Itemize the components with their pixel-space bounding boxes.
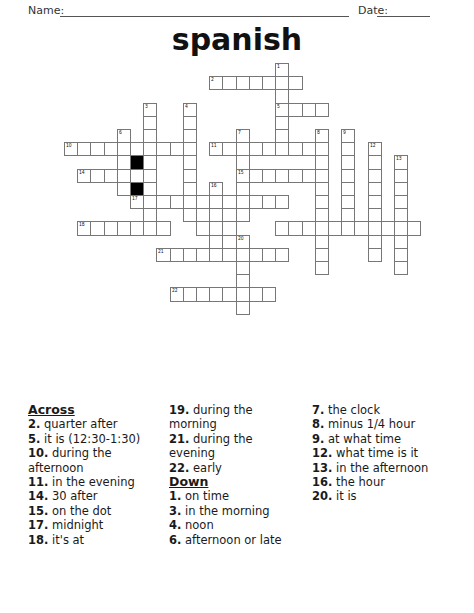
clue-number-3: 3 xyxy=(145,104,148,109)
grid-cell-c3-r8[interactable] xyxy=(104,169,118,183)
grid-cell-c9-r6[interactable] xyxy=(183,142,197,156)
clue-number-11: 11 xyxy=(211,143,217,148)
clue-down-9: 9. at what time xyxy=(312,432,467,446)
grid-cell-c25-r9[interactable] xyxy=(394,182,408,196)
clue-number-15: 15 xyxy=(238,170,244,175)
grid-cell-c11-r1[interactable]: 2 xyxy=(209,76,223,90)
clue-across-19: 19. during the morning xyxy=(169,403,301,432)
grid-cell-c16-r10[interactable] xyxy=(275,195,289,209)
grid-cell-c24-r12[interactable] xyxy=(381,221,395,235)
grid-cell-c21-r11[interactable] xyxy=(341,208,355,222)
grid-cell-c25-r7[interactable]: 13 xyxy=(394,155,408,169)
grid-cell-c7-r14[interactable]: 21 xyxy=(156,248,170,262)
grid-cell-c4-r7[interactable] xyxy=(117,155,131,169)
grid-cell-c16-r12[interactable] xyxy=(275,221,289,235)
grid-cell-c2-r8[interactable] xyxy=(90,169,104,183)
grid-cell-c10-r10[interactable] xyxy=(196,195,210,209)
clue-down-16: 16. the hour xyxy=(312,475,467,489)
grid-cell-c25-r11[interactable] xyxy=(394,208,408,222)
grid-cell-c2-r12[interactable] xyxy=(90,221,104,235)
grid-cell-c2-r6[interactable] xyxy=(90,142,104,156)
grid-cell-c23-r14[interactable] xyxy=(368,248,382,262)
grid-cell-c18-r6[interactable] xyxy=(302,142,316,156)
puzzle-title: spanish xyxy=(0,22,474,57)
grid-cell-c9-r11[interactable] xyxy=(183,208,197,222)
grid-cell-c16-r2[interactable] xyxy=(275,89,289,103)
grid-cell-c11-r9[interactable]: 16 xyxy=(209,182,223,196)
grid-cell-c23-r7[interactable] xyxy=(368,155,382,169)
grid-cell-c15-r8[interactable] xyxy=(262,169,276,183)
clue-across-17: 17. midnight xyxy=(28,518,166,532)
crossword-worksheet: { "game": "crossword", "title": "spanish… xyxy=(0,0,474,613)
clue-number-20: 20 xyxy=(238,236,244,241)
grid-cell-c21-r7[interactable] xyxy=(341,155,355,169)
grid-cell-c19-r13[interactable] xyxy=(315,235,329,249)
grid-cell-c21-r5[interactable]: 9 xyxy=(341,129,355,143)
clue-across-22: 22. early xyxy=(169,461,301,475)
grid-cell-c6-r11[interactable] xyxy=(143,208,157,222)
grid-cell-c6-r3[interactable]: 3 xyxy=(143,103,157,117)
grid-cell-c7-r6[interactable] xyxy=(156,142,170,156)
across-header: Across xyxy=(28,403,166,417)
clue-number-14: 14 xyxy=(79,170,85,175)
grid-cell-c16-r4[interactable] xyxy=(275,116,289,130)
grid-cell-c22-r12[interactable] xyxy=(354,221,368,235)
grid-cell-c13-r5[interactable]: 7 xyxy=(236,129,250,143)
grid-cell-c13-r1[interactable] xyxy=(236,76,250,90)
clue-across-2: 2. quarter after xyxy=(28,417,166,431)
grid-cell-c9-r7[interactable] xyxy=(183,155,197,169)
grid-cell-c4-r6[interactable] xyxy=(117,142,131,156)
grid-cell-c10-r12[interactable] xyxy=(196,221,210,235)
grid-cell-c14-r6[interactable] xyxy=(249,142,263,156)
grid-cell-c21-r8[interactable] xyxy=(341,169,355,183)
grid-cell-c7-r12[interactable] xyxy=(156,221,170,235)
clue-number-13: 13 xyxy=(396,156,402,161)
date-field[interactable] xyxy=(377,16,430,17)
grid-cell-c20-r12[interactable] xyxy=(328,221,342,235)
clue-down-13: 13. in the afternoon xyxy=(312,461,467,475)
grid-cell-c1-r12[interactable]: 18 xyxy=(77,221,91,235)
clue-down-20: 20. it is xyxy=(312,489,467,503)
grid-cell-c16-r6[interactable] xyxy=(275,142,289,156)
grid-cell-c14-r8[interactable] xyxy=(249,169,263,183)
grid-cell-c19-r5[interactable]: 8 xyxy=(315,129,329,143)
grid-cell-c17-r12[interactable] xyxy=(288,221,302,235)
grid-cell-c12-r17[interactable] xyxy=(222,287,236,301)
grid-cell-c8-r6[interactable] xyxy=(170,142,184,156)
grid-cell-c9-r4[interactable] xyxy=(183,116,197,130)
clue-across-21: 21. during the evening xyxy=(169,432,301,461)
grid-cell-c14-r14[interactable] xyxy=(249,248,263,262)
grid-cell-c6-r9[interactable] xyxy=(143,182,157,196)
grid-cell-c4-r12[interactable] xyxy=(117,221,131,235)
black-cell xyxy=(130,182,144,196)
clue-across-18: 18. it's at xyxy=(28,533,166,547)
grid-cell-c19-r11[interactable] xyxy=(315,208,329,222)
grid-cell-c12-r12[interactable] xyxy=(222,221,236,235)
clue-down-6: 6. afternoon or late xyxy=(169,533,301,547)
grid-cell-c19-r7[interactable] xyxy=(315,155,329,169)
grid-cell-c25-r10[interactable] xyxy=(394,195,408,209)
name-label: Name: xyxy=(28,4,64,17)
clue-down-7: 7. the clock xyxy=(312,403,467,417)
grid-cell-c14-r1[interactable] xyxy=(249,76,263,90)
grid-cell-c13-r10[interactable] xyxy=(236,195,250,209)
clue-number-4: 4 xyxy=(185,104,188,109)
grid-cell-c15-r1[interactable] xyxy=(262,76,276,90)
clue-number-21: 21 xyxy=(158,249,164,254)
grid-cell-c25-r8[interactable] xyxy=(394,169,408,183)
clue-column-1: Across2. quarter after5. it is (12:30-1:… xyxy=(28,403,166,547)
clue-number-2: 2 xyxy=(211,77,214,82)
clue-down-12: 12. what time is it xyxy=(312,446,467,460)
grid-cell-c19-r8[interactable] xyxy=(315,169,329,183)
grid-cell-c11-r6[interactable]: 11 xyxy=(209,142,223,156)
grid-cell-c23-r11[interactable] xyxy=(368,208,382,222)
grid-cell-c4-r9[interactable] xyxy=(117,182,131,196)
grid-cell-c13-r11[interactable] xyxy=(236,208,250,222)
clue-number-5: 5 xyxy=(277,104,280,109)
grid-cell-c8-r17[interactable]: 22 xyxy=(170,287,184,301)
name-field[interactable] xyxy=(60,16,349,17)
clue-across-11: 11. in the evening xyxy=(28,475,166,489)
clue-number-9: 9 xyxy=(343,130,346,135)
grid-cell-c25-r13[interactable] xyxy=(394,235,408,249)
clue-number-1: 1 xyxy=(277,64,280,69)
grid-cell-c3-r6[interactable] xyxy=(104,142,118,156)
grid-cell-c13-r18[interactable] xyxy=(236,301,250,315)
grid-cell-c13-r16[interactable] xyxy=(236,274,250,288)
grid-cell-c9-r9[interactable] xyxy=(183,182,197,196)
grid-cell-c10-r14[interactable] xyxy=(196,248,210,262)
grid-cell-c9-r17[interactable] xyxy=(183,287,197,301)
grid-cell-c14-r10[interactable] xyxy=(249,195,263,209)
clue-down-4: 4. noon xyxy=(169,518,301,532)
grid-cell-c25-r15[interactable] xyxy=(394,261,408,275)
grid-cell-c4-r5[interactable]: 6 xyxy=(117,129,131,143)
clue-number-10: 10 xyxy=(66,143,72,148)
grid-cell-c9-r3[interactable]: 4 xyxy=(183,103,197,117)
grid-cell-c16-r0[interactable]: 1 xyxy=(275,63,289,77)
clue-down-1: 1. on time xyxy=(169,489,301,503)
grid-cell-c5-r6[interactable] xyxy=(130,142,144,156)
grid-cell-c10-r17[interactable] xyxy=(196,287,210,301)
grid-cell-c19-r15[interactable] xyxy=(315,261,329,275)
clue-across-10: 10. during the afternoon xyxy=(28,446,166,475)
grid-cell-c6-r6[interactable] xyxy=(143,142,157,156)
grid-cell-c23-r12[interactable] xyxy=(368,221,382,235)
black-cell xyxy=(130,155,144,169)
grid-cell-c19-r3[interactable] xyxy=(315,103,329,117)
clue-across-14: 14. 30 after xyxy=(28,489,166,503)
grid-cell-c6-r7[interactable] xyxy=(143,155,157,169)
clue-across-5: 5. it is (12:30-1:30) xyxy=(28,432,166,446)
grid-cell-c3-r12[interactable] xyxy=(104,221,118,235)
grid-cell-c23-r9[interactable] xyxy=(368,182,382,196)
down-header: Down xyxy=(169,475,301,489)
grid-cell-c13-r14[interactable] xyxy=(236,248,250,262)
grid-cell-c9-r10[interactable] xyxy=(183,195,197,209)
grid-cell-c11-r11[interactable] xyxy=(209,208,223,222)
grid-cell-c9-r8[interactable] xyxy=(183,169,197,183)
grid-cell-c0-r6[interactable]: 10 xyxy=(64,142,78,156)
grid-cell-c5-r10[interactable]: 17 xyxy=(130,195,144,209)
grid-cell-c17-r8[interactable] xyxy=(288,169,302,183)
clue-number-12: 12 xyxy=(370,143,376,148)
grid-cell-c13-r6[interactable] xyxy=(236,142,250,156)
grid-cell-c13-r9[interactable] xyxy=(236,182,250,196)
grid-cell-c5-r12[interactable] xyxy=(130,221,144,235)
clue-number-8: 8 xyxy=(317,130,320,135)
grid-cell-c11-r17[interactable] xyxy=(209,287,223,301)
clue-number-22: 22 xyxy=(172,288,178,293)
grid-cell-c16-r5[interactable] xyxy=(275,129,289,143)
grid-cell-c19-r10[interactable] xyxy=(315,195,329,209)
grid-cell-c6-r5[interactable] xyxy=(143,129,157,143)
grid-cell-c14-r17[interactable] xyxy=(249,287,263,301)
grid-cell-c19-r12[interactable] xyxy=(315,221,329,235)
grid-cell-c12-r14[interactable] xyxy=(222,248,236,262)
grid-cell-c16-r8[interactable] xyxy=(275,169,289,183)
grid-cell-c19-r9[interactable] xyxy=(315,182,329,196)
grid-cell-c12-r1[interactable] xyxy=(222,76,236,90)
grid-cell-c25-r14[interactable] xyxy=(394,248,408,262)
grid-cell-c6-r12[interactable] xyxy=(143,221,157,235)
grid-cell-c11-r13[interactable] xyxy=(209,235,223,249)
grid-cell-c5-r8[interactable] xyxy=(130,169,144,183)
grid-cell-c16-r3[interactable]: 5 xyxy=(275,103,289,117)
clue-number-18: 18 xyxy=(79,222,85,227)
grid-cell-c21-r9[interactable] xyxy=(341,182,355,196)
grid-cell-c6-r8[interactable] xyxy=(143,169,157,183)
grid-cell-c9-r5[interactable] xyxy=(183,129,197,143)
grid-cell-c6-r4[interactable] xyxy=(143,116,157,130)
grid-cell-c6-r10[interactable] xyxy=(143,195,157,209)
grid-cell-c15-r14[interactable] xyxy=(262,248,276,262)
grid-cell-c25-r12[interactable] xyxy=(394,221,408,235)
grid-cell-c13-r8[interactable]: 15 xyxy=(236,169,250,183)
grid-cell-c4-r8[interactable] xyxy=(117,169,131,183)
grid-cell-c15-r17[interactable] xyxy=(262,287,276,301)
clue-across-15: 15. on the dot xyxy=(28,504,166,518)
grid-cell-c19-r6[interactable] xyxy=(315,142,329,156)
clue-number-16: 16 xyxy=(211,183,217,188)
grid-cell-c18-r12[interactable] xyxy=(302,221,316,235)
grid-cell-c11-r10[interactable] xyxy=(209,195,223,209)
grid-cell-c13-r17[interactable] xyxy=(236,287,250,301)
grid-cell-c8-r10[interactable] xyxy=(170,195,184,209)
grid-cell-c23-r6[interactable]: 12 xyxy=(368,142,382,156)
grid-cell-c17-r6[interactable] xyxy=(288,142,302,156)
clue-column-2: 19. during the morning21. during the eve… xyxy=(169,403,301,547)
grid-cell-c8-r14[interactable] xyxy=(170,248,184,262)
grid-cell-c17-r1[interactable] xyxy=(288,76,302,90)
grid-cell-c9-r14[interactable] xyxy=(183,248,197,262)
grid-cell-c21-r10[interactable] xyxy=(341,195,355,209)
grid-cell-c13-r7[interactable] xyxy=(236,155,250,169)
grid-cell-c23-r8[interactable] xyxy=(368,169,382,183)
grid-cell-c21-r6[interactable] xyxy=(341,142,355,156)
grid-cell-c23-r10[interactable] xyxy=(368,195,382,209)
grid-cell-c16-r14[interactable] xyxy=(275,248,289,262)
grid-cell-c26-r12[interactable] xyxy=(407,221,421,235)
clue-column-3: 7. the clock8. minus 1/4 hour9. at what … xyxy=(312,403,467,504)
grid-cell-c1-r6[interactable] xyxy=(77,142,91,156)
grid-cell-c18-r8[interactable] xyxy=(302,169,316,183)
grid-cell-c11-r14[interactable] xyxy=(209,248,223,262)
clue-down-3: 3. in the morning xyxy=(169,504,301,518)
clue-down-8: 8. minus 1/4 hour xyxy=(312,417,467,431)
clue-number-6: 6 xyxy=(119,130,122,135)
clue-number-17: 17 xyxy=(132,196,138,201)
grid-cell-c18-r3[interactable] xyxy=(302,103,316,117)
grid-cell-c19-r14[interactable] xyxy=(315,248,329,262)
grid-cell-c12-r6[interactable] xyxy=(222,142,236,156)
grid-cell-c7-r10[interactable] xyxy=(156,195,170,209)
grid-cell-c15-r10[interactable] xyxy=(262,195,276,209)
grid-cell-c15-r6[interactable] xyxy=(262,142,276,156)
grid-cell-c16-r1[interactable] xyxy=(275,76,289,90)
grid-cell-c17-r3[interactable] xyxy=(288,103,302,117)
clue-number-7: 7 xyxy=(238,130,241,135)
grid-cell-c23-r13[interactable] xyxy=(368,235,382,249)
grid-cell-c21-r12[interactable] xyxy=(341,221,355,235)
grid-cell-c12-r10[interactable] xyxy=(222,195,236,209)
grid-cell-c13-r13[interactable]: 20 xyxy=(236,235,250,249)
grid-cell-c1-r8[interactable]: 14 xyxy=(77,169,91,183)
grid-cell-c13-r15[interactable] xyxy=(236,261,250,275)
